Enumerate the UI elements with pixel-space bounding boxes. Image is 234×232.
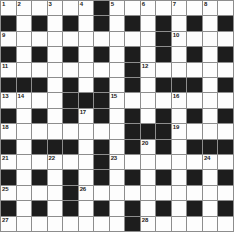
- block-cell: [125, 124, 140, 138]
- block-cell: [63, 186, 78, 200]
- letter-cell[interactable]: [63, 63, 78, 77]
- clue-number: 8: [204, 1, 207, 8]
- block-cell: [17, 78, 32, 92]
- block-cell: [1, 140, 16, 154]
- letter-cell[interactable]: 27: [1, 217, 16, 231]
- letter-cell[interactable]: [32, 124, 47, 138]
- block-cell: [156, 140, 171, 154]
- block-cell: [63, 47, 78, 61]
- block-cell: [1, 109, 16, 123]
- letter-cell[interactable]: [203, 109, 218, 123]
- block-cell: [187, 109, 202, 123]
- letter-cell[interactable]: [125, 1, 140, 15]
- letter-cell[interactable]: [17, 16, 32, 30]
- letter-cell[interactable]: [32, 186, 47, 200]
- letter-cell[interactable]: [156, 186, 171, 200]
- letter-cell[interactable]: [141, 16, 156, 30]
- letter-cell[interactable]: [187, 93, 202, 107]
- letter-cell[interactable]: [187, 63, 202, 77]
- block-cell: [32, 170, 47, 184]
- block-cell: [63, 109, 78, 123]
- letter-cell[interactable]: [48, 124, 63, 138]
- crossword-page: 1234567891011121314151617181920212223242…: [0, 0, 234, 232]
- letter-cell[interactable]: [187, 217, 202, 231]
- letter-cell[interactable]: [63, 155, 78, 169]
- letter-cell[interactable]: [48, 93, 63, 107]
- clue-number: 28: [142, 217, 148, 224]
- letter-cell[interactable]: [79, 140, 94, 154]
- letter-cell[interactable]: 11: [1, 63, 16, 77]
- letter-cell[interactable]: 10: [172, 32, 187, 46]
- letter-cell[interactable]: [218, 63, 233, 77]
- letter-cell[interactable]: 19: [172, 124, 187, 138]
- letter-cell[interactable]: [172, 155, 187, 169]
- letter-cell[interactable]: [187, 155, 202, 169]
- block-cell: [63, 78, 78, 92]
- letter-cell[interactable]: [79, 170, 94, 184]
- letter-cell[interactable]: [110, 32, 125, 46]
- letter-cell[interactable]: [187, 1, 202, 15]
- block-cell: [94, 93, 109, 107]
- letter-cell[interactable]: [172, 140, 187, 154]
- letter-cell[interactable]: [63, 1, 78, 15]
- letter-cell[interactable]: [141, 170, 156, 184]
- letter-cell[interactable]: [187, 186, 202, 200]
- clue-number: 16: [173, 93, 179, 100]
- clue-number: 26: [80, 186, 86, 193]
- letter-cell[interactable]: [17, 140, 32, 154]
- letter-cell[interactable]: 7: [172, 1, 187, 15]
- letter-cell[interactable]: [79, 47, 94, 61]
- letter-cell[interactable]: [125, 155, 140, 169]
- letter-cell[interactable]: 17: [79, 109, 94, 123]
- block-cell: [187, 140, 202, 154]
- letter-cell[interactable]: [17, 155, 32, 169]
- letter-cell[interactable]: [141, 186, 156, 200]
- block-cell: [48, 140, 63, 154]
- block-cell: [1, 78, 16, 92]
- letter-cell[interactable]: 12: [141, 63, 156, 77]
- letter-cell[interactable]: [110, 124, 125, 138]
- letter-cell[interactable]: [79, 78, 94, 92]
- clue-number: 6: [142, 1, 145, 8]
- letter-cell[interactable]: [141, 155, 156, 169]
- clue-number: 23: [111, 155, 117, 162]
- letter-cell[interactable]: [172, 217, 187, 231]
- letter-cell[interactable]: [79, 16, 94, 30]
- block-cell: [94, 109, 109, 123]
- letter-cell[interactable]: [94, 124, 109, 138]
- letter-cell[interactable]: [125, 93, 140, 107]
- block-cell: [125, 201, 140, 215]
- letter-cell[interactable]: [48, 217, 63, 231]
- letter-cell[interactable]: [110, 78, 125, 92]
- letter-cell[interactable]: 4: [79, 1, 94, 15]
- block-cell: [187, 170, 202, 184]
- block-cell: [125, 217, 140, 231]
- letter-cell[interactable]: [156, 217, 171, 231]
- clue-number: 1: [2, 1, 5, 8]
- letter-cell[interactable]: [141, 32, 156, 46]
- letter-cell[interactable]: [110, 109, 125, 123]
- clue-number: 7: [173, 1, 176, 8]
- letter-cell[interactable]: 13: [1, 93, 16, 107]
- letter-cell[interactable]: 21: [1, 155, 16, 169]
- block-cell: [94, 78, 109, 92]
- block-cell: [125, 47, 140, 61]
- letter-cell[interactable]: 18: [1, 124, 16, 138]
- letter-cell[interactable]: [79, 63, 94, 77]
- block-cell: [187, 78, 202, 92]
- block-cell: [218, 78, 233, 92]
- letter-cell[interactable]: [172, 201, 187, 215]
- block-cell: [156, 201, 171, 215]
- letter-cell[interactable]: [17, 217, 32, 231]
- block-cell: [172, 78, 187, 92]
- clue-number: 3: [49, 1, 52, 8]
- clue-number: 17: [80, 109, 86, 116]
- letter-cell[interactable]: 5: [110, 1, 125, 15]
- block-cell: [94, 170, 109, 184]
- letter-cell[interactable]: [17, 47, 32, 61]
- letter-cell[interactable]: [141, 78, 156, 92]
- letter-cell[interactable]: 2: [17, 1, 32, 15]
- letter-cell[interactable]: [218, 32, 233, 46]
- letter-cell[interactable]: [32, 155, 47, 169]
- letter-cell[interactable]: [63, 217, 78, 231]
- letter-cell[interactable]: 26: [79, 186, 94, 200]
- letter-cell[interactable]: [203, 217, 218, 231]
- clue-number: 11: [2, 63, 8, 70]
- clue-number: 4: [80, 1, 83, 8]
- letter-cell[interactable]: [156, 63, 171, 77]
- letter-cell[interactable]: [141, 93, 156, 107]
- letter-cell[interactable]: 14: [17, 93, 32, 107]
- clue-number: 27: [2, 217, 8, 224]
- block-cell: [63, 201, 78, 215]
- letter-cell[interactable]: [203, 201, 218, 215]
- letter-cell[interactable]: [48, 16, 63, 30]
- letter-cell[interactable]: [125, 186, 140, 200]
- letter-cell[interactable]: [172, 186, 187, 200]
- block-cell: [125, 63, 140, 77]
- clue-number: 9: [2, 32, 5, 39]
- block-cell: [63, 170, 78, 184]
- letter-cell[interactable]: [203, 124, 218, 138]
- block-cell: [94, 140, 109, 154]
- block-cell: [94, 47, 109, 61]
- block-cell: [156, 109, 171, 123]
- letter-cell[interactable]: 24: [203, 155, 218, 169]
- block-cell: [32, 47, 47, 61]
- block-cell: [187, 47, 202, 61]
- letter-cell[interactable]: [94, 217, 109, 231]
- block-cell: [63, 16, 78, 30]
- letter-cell[interactable]: [218, 186, 233, 200]
- letter-cell[interactable]: [94, 63, 109, 77]
- crossword-grid: 1234567891011121314151617181920212223242…: [0, 0, 234, 232]
- letter-cell[interactable]: [218, 217, 233, 231]
- clue-number: 18: [2, 124, 8, 131]
- letter-cell[interactable]: [48, 109, 63, 123]
- block-cell: [125, 78, 140, 92]
- clue-number: 20: [142, 140, 148, 147]
- letter-cell[interactable]: 3: [48, 1, 63, 15]
- letter-cell[interactable]: 28: [141, 217, 156, 231]
- letter-cell[interactable]: [172, 109, 187, 123]
- block-cell: [63, 140, 78, 154]
- letter-cell[interactable]: [17, 32, 32, 46]
- letter-cell[interactable]: [218, 124, 233, 138]
- clue-number: 10: [173, 32, 179, 39]
- letter-cell[interactable]: [172, 63, 187, 77]
- letter-cell[interactable]: 9: [1, 32, 16, 46]
- letter-cell[interactable]: 20: [141, 140, 156, 154]
- block-cell: [125, 16, 140, 30]
- letter-cell[interactable]: [156, 93, 171, 107]
- letter-cell[interactable]: 23: [110, 155, 125, 169]
- letter-cell[interactable]: [79, 32, 94, 46]
- block-cell: [94, 201, 109, 215]
- block-cell: [156, 32, 171, 46]
- block-cell: [187, 16, 202, 30]
- block-cell: [1, 170, 16, 184]
- letter-cell[interactable]: [32, 217, 47, 231]
- letter-cell[interactable]: [48, 63, 63, 77]
- letter-cell[interactable]: 1: [1, 1, 16, 15]
- letter-cell[interactable]: [48, 47, 63, 61]
- clue-number: 14: [18, 93, 24, 100]
- letter-cell[interactable]: [187, 32, 202, 46]
- letter-cell[interactable]: [203, 93, 218, 107]
- letter-cell[interactable]: [172, 16, 187, 30]
- letter-cell[interactable]: [110, 170, 125, 184]
- letter-cell[interactable]: [48, 78, 63, 92]
- letter-cell[interactable]: 8: [203, 1, 218, 15]
- letter-cell[interactable]: [63, 124, 78, 138]
- block-cell: [32, 201, 47, 215]
- letter-cell[interactable]: [203, 47, 218, 61]
- letter-cell[interactable]: [79, 124, 94, 138]
- letter-cell[interactable]: [125, 32, 140, 46]
- letter-cell[interactable]: [94, 32, 109, 46]
- clue-number: 5: [111, 1, 114, 8]
- block-cell: [156, 124, 171, 138]
- letter-cell[interactable]: [203, 78, 218, 92]
- letter-cell[interactable]: [141, 47, 156, 61]
- letter-cell[interactable]: [79, 155, 94, 169]
- letter-cell[interactable]: 6: [141, 1, 156, 15]
- block-cell: [218, 170, 233, 184]
- block-cell: [218, 109, 233, 123]
- block-cell: [63, 93, 78, 107]
- block-cell: [79, 93, 94, 107]
- block-cell: [32, 78, 47, 92]
- block-cell: [218, 16, 233, 30]
- letter-cell[interactable]: 16: [172, 93, 187, 107]
- letter-cell[interactable]: [79, 201, 94, 215]
- letter-cell[interactable]: [172, 47, 187, 61]
- letter-cell[interactable]: 22: [48, 155, 63, 169]
- letter-cell[interactable]: 15: [110, 93, 125, 107]
- block-cell: [125, 140, 140, 154]
- block-cell: [218, 140, 233, 154]
- block-cell: [94, 16, 109, 30]
- clue-number: 19: [173, 124, 179, 131]
- letter-cell[interactable]: [63, 32, 78, 46]
- letter-cell[interactable]: [48, 201, 63, 215]
- letter-cell[interactable]: [17, 63, 32, 77]
- letter-cell[interactable]: [17, 186, 32, 200]
- letter-cell[interactable]: [110, 47, 125, 61]
- block-cell: [32, 140, 47, 154]
- letter-cell[interactable]: 25: [1, 186, 16, 200]
- block-cell: [94, 1, 109, 15]
- letter-cell[interactable]: [218, 155, 233, 169]
- letter-cell[interactable]: [32, 1, 47, 15]
- block-cell: [218, 201, 233, 215]
- letter-cell[interactable]: [203, 16, 218, 30]
- block-cell: [156, 47, 171, 61]
- block-cell: [32, 109, 47, 123]
- letter-cell[interactable]: [48, 32, 63, 46]
- letter-cell[interactable]: [94, 186, 109, 200]
- clue-number: 2: [18, 1, 21, 8]
- letter-cell[interactable]: [203, 32, 218, 46]
- letter-cell[interactable]: [156, 155, 171, 169]
- letter-cell[interactable]: [172, 170, 187, 184]
- clue-number: 24: [204, 155, 210, 162]
- letter-cell[interactable]: [79, 217, 94, 231]
- letter-cell[interactable]: [17, 109, 32, 123]
- clue-number: 21: [2, 155, 8, 162]
- letter-cell[interactable]: [203, 170, 218, 184]
- block-cell: [156, 78, 171, 92]
- letter-cell[interactable]: [110, 16, 125, 30]
- block-cell: [1, 47, 16, 61]
- letter-cell[interactable]: [110, 63, 125, 77]
- letter-cell[interactable]: [203, 63, 218, 77]
- clue-number: 12: [142, 63, 148, 70]
- letter-cell[interactable]: [218, 93, 233, 107]
- clue-number: 15: [111, 93, 117, 100]
- block-cell: [1, 16, 16, 30]
- block-cell: [187, 201, 202, 215]
- block-cell: [156, 16, 171, 30]
- block-cell: [218, 47, 233, 61]
- block-cell: [203, 140, 218, 154]
- letter-cell[interactable]: [110, 217, 125, 231]
- letter-cell[interactable]: [141, 201, 156, 215]
- block-cell: [141, 124, 156, 138]
- letter-cell[interactable]: [203, 186, 218, 200]
- letter-cell[interactable]: [110, 201, 125, 215]
- letter-cell[interactable]: [141, 109, 156, 123]
- letter-cell[interactable]: [110, 140, 125, 154]
- block-cell: [156, 170, 171, 184]
- block-cell: [94, 155, 109, 169]
- letter-cell[interactable]: [187, 124, 202, 138]
- letter-cell[interactable]: [17, 124, 32, 138]
- block-cell: [125, 170, 140, 184]
- letter-cell[interactable]: [17, 201, 32, 215]
- block-cell: [32, 16, 47, 30]
- letter-cell[interactable]: [218, 1, 233, 15]
- letter-cell[interactable]: [32, 63, 47, 77]
- letter-cell[interactable]: [32, 32, 47, 46]
- clue-number: 22: [49, 155, 55, 162]
- clue-number: 25: [2, 186, 8, 193]
- block-cell: [1, 201, 16, 215]
- clue-number: 13: [2, 93, 8, 100]
- block-cell: [125, 109, 140, 123]
- letter-cell[interactable]: [17, 170, 32, 184]
- letter-cell[interactable]: [110, 186, 125, 200]
- letter-cell[interactable]: [48, 170, 63, 184]
- letter-cell[interactable]: [48, 186, 63, 200]
- letter-cell[interactable]: [156, 1, 171, 15]
- letter-cell[interactable]: [32, 93, 47, 107]
